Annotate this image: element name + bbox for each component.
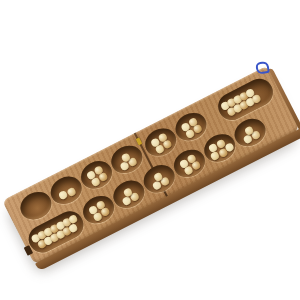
photo-background — [0, 0, 300, 300]
latch-icon — [255, 61, 270, 75]
pit-top-6[interactable] — [171, 108, 211, 146]
mancala-board — [2, 65, 300, 264]
